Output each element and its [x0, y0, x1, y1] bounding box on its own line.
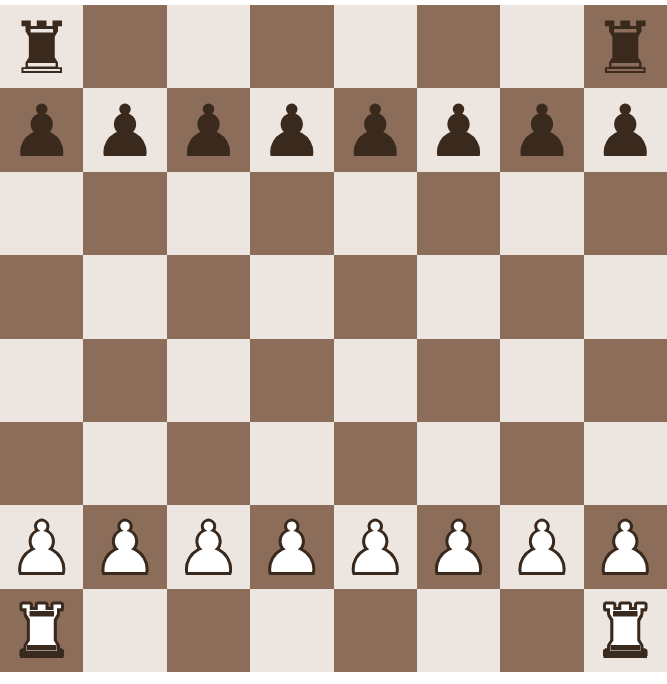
square-e2[interactable]: ♟	[334, 505, 417, 588]
square-a4[interactable]	[0, 339, 83, 422]
chess-board: ♜♜♟♟♟♟♟♟♟♟♟♟♟♟♟♟♟♟♜♜	[0, 5, 667, 672]
square-h7[interactable]: ♟	[584, 88, 667, 171]
square-c5[interactable]	[167, 255, 250, 338]
square-d7[interactable]: ♟	[250, 88, 333, 171]
square-g4[interactable]	[500, 339, 583, 422]
square-e7[interactable]: ♟	[334, 88, 417, 171]
black-pawn-a7[interactable]: ♟	[9, 95, 74, 167]
square-g3[interactable]	[500, 422, 583, 505]
white-pawn-b2[interactable]: ♟	[93, 512, 158, 584]
white-pawn-a2[interactable]: ♟	[9, 512, 74, 584]
square-a2[interactable]: ♟	[0, 505, 83, 588]
square-e1[interactable]	[334, 589, 417, 672]
square-c2[interactable]: ♟	[167, 505, 250, 588]
square-f1[interactable]	[417, 589, 500, 672]
square-f5[interactable]	[417, 255, 500, 338]
square-e8[interactable]	[334, 5, 417, 88]
square-f2[interactable]: ♟	[417, 505, 500, 588]
square-c3[interactable]	[167, 422, 250, 505]
square-d2[interactable]: ♟	[250, 505, 333, 588]
square-b5[interactable]	[83, 255, 166, 338]
square-g1[interactable]	[500, 589, 583, 672]
white-pawn-f2[interactable]: ♟	[426, 512, 491, 584]
square-b8[interactable]	[83, 5, 166, 88]
square-f7[interactable]: ♟	[417, 88, 500, 171]
square-a8[interactable]: ♜	[0, 5, 83, 88]
white-pawn-h2[interactable]: ♟	[593, 512, 658, 584]
square-g8[interactable]	[500, 5, 583, 88]
square-c6[interactable]	[167, 172, 250, 255]
square-h3[interactable]	[584, 422, 667, 505]
square-b4[interactable]	[83, 339, 166, 422]
square-g6[interactable]	[500, 172, 583, 255]
square-f3[interactable]	[417, 422, 500, 505]
chess-page: ♜♜♟♟♟♟♟♟♟♟♟♟♟♟♟♟♟♟♜♜	[0, 0, 667, 684]
square-g5[interactable]	[500, 255, 583, 338]
white-rook-h1[interactable]: ♜	[593, 595, 658, 667]
white-pawn-d2[interactable]: ♟	[260, 512, 325, 584]
square-d3[interactable]	[250, 422, 333, 505]
square-h2[interactable]: ♟	[584, 505, 667, 588]
white-pawn-c2[interactable]: ♟	[176, 512, 241, 584]
square-b2[interactable]: ♟	[83, 505, 166, 588]
square-a1[interactable]: ♜	[0, 589, 83, 672]
square-a3[interactable]	[0, 422, 83, 505]
square-h8[interactable]: ♜	[584, 5, 667, 88]
square-h1[interactable]: ♜	[584, 589, 667, 672]
square-a7[interactable]: ♟	[0, 88, 83, 171]
square-g7[interactable]: ♟	[500, 88, 583, 171]
square-d4[interactable]	[250, 339, 333, 422]
square-d1[interactable]	[250, 589, 333, 672]
square-c8[interactable]	[167, 5, 250, 88]
black-pawn-b7[interactable]: ♟	[93, 95, 158, 167]
square-b6[interactable]	[83, 172, 166, 255]
black-rook-a8[interactable]: ♜	[9, 12, 74, 84]
black-pawn-f7[interactable]: ♟	[426, 95, 491, 167]
square-c4[interactable]	[167, 339, 250, 422]
square-c7[interactable]: ♟	[167, 88, 250, 171]
white-pawn-g2[interactable]: ♟	[510, 512, 575, 584]
square-e3[interactable]	[334, 422, 417, 505]
square-f6[interactable]	[417, 172, 500, 255]
square-f8[interactable]	[417, 5, 500, 88]
square-f4[interactable]	[417, 339, 500, 422]
square-h4[interactable]	[584, 339, 667, 422]
square-d6[interactable]	[250, 172, 333, 255]
square-e4[interactable]	[334, 339, 417, 422]
black-rook-h8[interactable]: ♜	[593, 12, 658, 84]
square-c1[interactable]	[167, 589, 250, 672]
square-e6[interactable]	[334, 172, 417, 255]
white-pawn-e2[interactable]: ♟	[343, 512, 408, 584]
square-a5[interactable]	[0, 255, 83, 338]
black-pawn-g7[interactable]: ♟	[510, 95, 575, 167]
square-d5[interactable]	[250, 255, 333, 338]
black-pawn-h7[interactable]: ♟	[593, 95, 658, 167]
square-b7[interactable]: ♟	[83, 88, 166, 171]
black-pawn-e7[interactable]: ♟	[343, 95, 408, 167]
black-pawn-d7[interactable]: ♟	[260, 95, 325, 167]
square-d8[interactable]	[250, 5, 333, 88]
square-g2[interactable]: ♟	[500, 505, 583, 588]
square-h5[interactable]	[584, 255, 667, 338]
square-a6[interactable]	[0, 172, 83, 255]
square-e5[interactable]	[334, 255, 417, 338]
square-h6[interactable]	[584, 172, 667, 255]
white-rook-a1[interactable]: ♜	[9, 595, 74, 667]
square-b3[interactable]	[83, 422, 166, 505]
black-pawn-c7[interactable]: ♟	[176, 95, 241, 167]
square-b1[interactable]	[83, 589, 166, 672]
